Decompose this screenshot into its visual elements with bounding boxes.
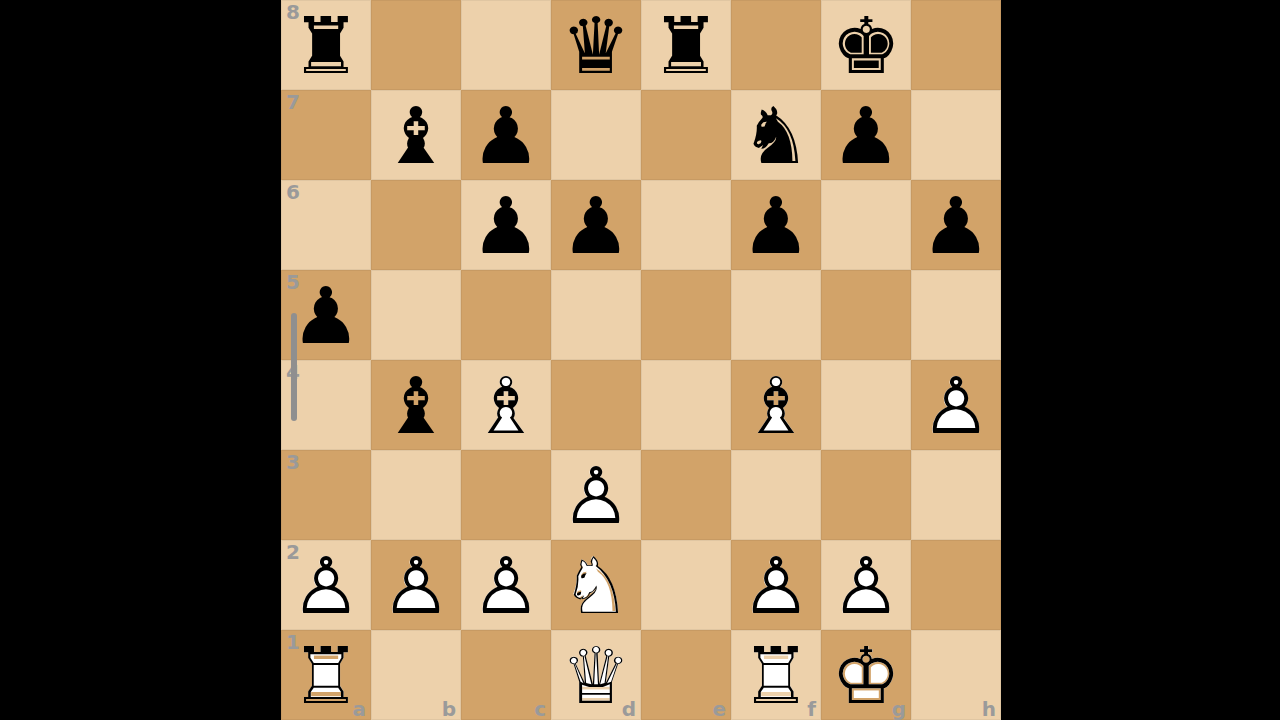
black-bishop-icon[interactable]: ♝ <box>371 90 461 180</box>
square-c1[interactable]: c <box>461 630 551 720</box>
square-d4[interactable] <box>551 360 641 450</box>
square-a2[interactable]: 2♟♙ <box>281 540 371 630</box>
white-pawn-icon[interactable]: ♟♙ <box>551 450 641 540</box>
white-pawn-icon[interactable]: ♟♙ <box>731 540 821 630</box>
square-g2[interactable]: ♟♙ <box>821 540 911 630</box>
square-h5[interactable] <box>911 270 1001 360</box>
rank-label-8: 8 <box>286 1 300 23</box>
black-queen-icon[interactable]: ♛ <box>551 0 641 90</box>
square-d8[interactable]: ♛ <box>551 0 641 90</box>
square-f2[interactable]: ♟♙ <box>731 540 821 630</box>
file-label-b: b <box>442 698 456 720</box>
white-pawn-icon[interactable]: ♟♙ <box>821 540 911 630</box>
file-label-h: h <box>982 698 996 720</box>
square-c5[interactable] <box>461 270 551 360</box>
square-f5[interactable] <box>731 270 821 360</box>
square-b7[interactable]: ♝ <box>371 90 461 180</box>
square-d3[interactable]: ♟♙ <box>551 450 641 540</box>
square-b6[interactable] <box>371 180 461 270</box>
white-pawn-icon[interactable]: ♟♙ <box>371 540 461 630</box>
square-c3[interactable] <box>461 450 551 540</box>
square-f6[interactable]: ♟ <box>731 180 821 270</box>
file-label-f: f <box>807 698 816 720</box>
square-f3[interactable] <box>731 450 821 540</box>
square-g5[interactable] <box>821 270 911 360</box>
file-label-c: c <box>534 698 546 720</box>
square-e5[interactable] <box>641 270 731 360</box>
square-h3[interactable] <box>911 450 1001 540</box>
square-e1[interactable]: e <box>641 630 731 720</box>
square-d5[interactable] <box>551 270 641 360</box>
square-c8[interactable] <box>461 0 551 90</box>
square-a8[interactable]: 8♜ <box>281 0 371 90</box>
square-d6[interactable]: ♟ <box>551 180 641 270</box>
rank-label-3: 3 <box>286 451 300 473</box>
square-f8[interactable] <box>731 0 821 90</box>
square-e8[interactable]: ♜ <box>641 0 731 90</box>
file-label-a: a <box>353 698 367 720</box>
rank-label-6: 6 <box>286 181 300 203</box>
white-bishop-icon[interactable]: ♝♗ <box>731 360 821 450</box>
square-e2[interactable] <box>641 540 731 630</box>
square-b2[interactable]: ♟♙ <box>371 540 461 630</box>
file-label-d: d <box>622 698 636 720</box>
rank-label-5: 5 <box>286 271 300 293</box>
square-e6[interactable] <box>641 180 731 270</box>
square-c7[interactable]: ♟ <box>461 90 551 180</box>
square-f7[interactable]: ♞ <box>731 90 821 180</box>
file-label-g: g <box>892 698 906 720</box>
black-pawn-icon[interactable]: ♟ <box>551 180 641 270</box>
square-h2[interactable] <box>911 540 1001 630</box>
square-a6[interactable]: 6 <box>281 180 371 270</box>
square-g7[interactable]: ♟ <box>821 90 911 180</box>
square-d2[interactable]: ♞♘ <box>551 540 641 630</box>
square-a1[interactable]: 1a♜♖ <box>281 630 371 720</box>
file-label-e: e <box>712 698 726 720</box>
square-d7[interactable] <box>551 90 641 180</box>
square-b5[interactable] <box>371 270 461 360</box>
square-f1[interactable]: f♜♖ <box>731 630 821 720</box>
black-pawn-icon[interactable]: ♟ <box>911 180 1001 270</box>
black-pawn-icon[interactable]: ♟ <box>461 180 551 270</box>
white-pawn-icon[interactable]: ♟♙ <box>911 360 1001 450</box>
square-e4[interactable] <box>641 360 731 450</box>
black-pawn-icon[interactable]: ♟ <box>731 180 821 270</box>
chess-board: 8♜♛♜♚7♝♟♞♟6♟♟♟♟5♟4♝♝♗♝♗♟♙3♟♙2♟♙♟♙♟♙♞♘♟♙♟… <box>281 0 1001 720</box>
square-h6[interactable]: ♟ <box>911 180 1001 270</box>
white-knight-icon[interactable]: ♞♘ <box>551 540 641 630</box>
square-g6[interactable] <box>821 180 911 270</box>
square-g1[interactable]: g♚♔ <box>821 630 911 720</box>
square-b3[interactable] <box>371 450 461 540</box>
black-king-icon[interactable]: ♚ <box>821 0 911 90</box>
black-pawn-icon[interactable]: ♟ <box>821 90 911 180</box>
rank-label-1: 1 <box>286 631 300 653</box>
square-h8[interactable] <box>911 0 1001 90</box>
square-e3[interactable] <box>641 450 731 540</box>
rank-label-2: 2 <box>286 541 300 563</box>
square-g4[interactable] <box>821 360 911 450</box>
square-e7[interactable] <box>641 90 731 180</box>
square-h7[interactable] <box>911 90 1001 180</box>
black-knight-icon[interactable]: ♞ <box>731 90 821 180</box>
square-c4[interactable]: ♝♗ <box>461 360 551 450</box>
square-h1[interactable]: h <box>911 630 1001 720</box>
scroll-indicator[interactable] <box>291 313 297 421</box>
square-c6[interactable]: ♟ <box>461 180 551 270</box>
square-h4[interactable]: ♟♙ <box>911 360 1001 450</box>
square-b4[interactable]: ♝ <box>371 360 461 450</box>
black-bishop-icon[interactable]: ♝ <box>371 360 461 450</box>
black-rook-icon[interactable]: ♜ <box>641 0 731 90</box>
rank-label-7: 7 <box>286 91 300 113</box>
white-bishop-icon[interactable]: ♝♗ <box>461 360 551 450</box>
square-a7[interactable]: 7 <box>281 90 371 180</box>
square-g3[interactable] <box>821 450 911 540</box>
square-f4[interactable]: ♝♗ <box>731 360 821 450</box>
black-pawn-icon[interactable]: ♟ <box>461 90 551 180</box>
square-c2[interactable]: ♟♙ <box>461 540 551 630</box>
square-a3[interactable]: 3 <box>281 450 371 540</box>
app-background: 8♜♛♜♚7♝♟♞♟6♟♟♟♟5♟4♝♝♗♝♗♟♙3♟♙2♟♙♟♙♟♙♞♘♟♙♟… <box>0 0 1280 720</box>
square-b1[interactable]: b <box>371 630 461 720</box>
square-g8[interactable]: ♚ <box>821 0 911 90</box>
square-b8[interactable] <box>371 0 461 90</box>
white-pawn-icon[interactable]: ♟♙ <box>461 540 551 630</box>
square-d1[interactable]: d♛♕ <box>551 630 641 720</box>
